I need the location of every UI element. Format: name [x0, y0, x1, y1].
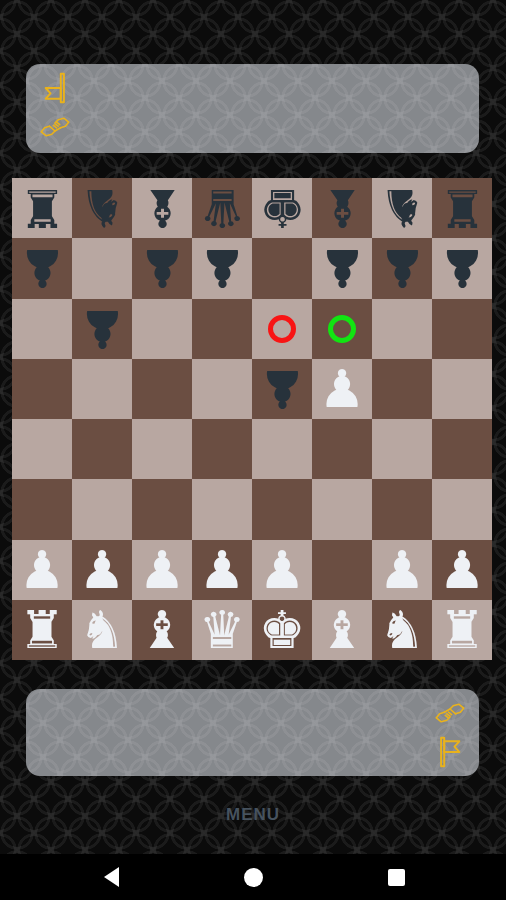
square-f8[interactable]: ♝	[312, 178, 372, 238]
flag-icon	[434, 736, 466, 768]
handshake-icon	[39, 111, 71, 143]
square-c1[interactable]: ♝	[132, 600, 192, 660]
square-g8[interactable]: ♞	[372, 178, 432, 238]
square-a8[interactable]: ♜	[12, 178, 72, 238]
black-knight-g8[interactable]: ♞	[379, 182, 426, 234]
square-h2[interactable]: ♟	[432, 540, 492, 600]
square-g6[interactable]	[372, 299, 432, 359]
black-pawn-c7[interactable]: ♟	[139, 242, 186, 294]
square-f4[interactable]	[312, 419, 372, 479]
handshake-icon	[434, 697, 466, 729]
home-icon	[244, 868, 263, 887]
square-d4[interactable]	[192, 419, 252, 479]
white-pawn-d2[interactable]: ♟	[199, 544, 246, 596]
square-b3[interactable]	[72, 479, 132, 539]
square-d6[interactable]	[192, 299, 252, 359]
square-h3[interactable]	[432, 479, 492, 539]
square-c7[interactable]: ♟	[132, 238, 192, 298]
square-f2[interactable]	[312, 540, 372, 600]
black-pawn-b6[interactable]: ♟	[79, 303, 126, 355]
white-queen-d1[interactable]: ♛	[199, 604, 246, 656]
square-b6[interactable]: ♟	[72, 299, 132, 359]
square-b1[interactable]: ♞	[72, 600, 132, 660]
square-f3[interactable]	[312, 479, 372, 539]
square-a7[interactable]: ♟	[12, 238, 72, 298]
square-e6[interactable]	[252, 299, 312, 359]
square-a3[interactable]	[12, 479, 72, 539]
black-pawn-a7[interactable]: ♟	[19, 242, 66, 294]
square-b5[interactable]	[72, 359, 132, 419]
square-a4[interactable]	[12, 419, 72, 479]
square-g7[interactable]: ♟	[372, 238, 432, 298]
square-b4[interactable]	[72, 419, 132, 479]
black-rook-h8[interactable]: ♜	[439, 182, 486, 234]
square-e8[interactable]: ♚	[252, 178, 312, 238]
nav-home-button[interactable]	[235, 854, 271, 900]
square-e7[interactable]	[252, 238, 312, 298]
player-resign-button[interactable]	[433, 735, 467, 769]
black-bishop-f8[interactable]: ♝	[319, 182, 366, 234]
square-g5[interactable]	[372, 359, 432, 419]
black-rook-a8[interactable]: ♜	[19, 182, 66, 234]
square-h7[interactable]: ♟	[432, 238, 492, 298]
square-f5[interactable]: ♟	[312, 359, 372, 419]
black-king-e8[interactable]: ♚	[259, 182, 306, 234]
square-h4[interactable]	[432, 419, 492, 479]
back-icon	[104, 867, 119, 887]
square-e5[interactable]: ♟	[252, 359, 312, 419]
white-knight-g1[interactable]: ♞	[379, 604, 426, 656]
square-c3[interactable]	[132, 479, 192, 539]
white-pawn-h2[interactable]: ♟	[439, 544, 486, 596]
square-d2[interactable]: ♟	[192, 540, 252, 600]
square-c4[interactable]	[132, 419, 192, 479]
square-a6[interactable]	[12, 299, 72, 359]
square-e1[interactable]: ♚	[252, 600, 312, 660]
recents-icon	[388, 869, 405, 886]
square-a1[interactable]: ♜	[12, 600, 72, 660]
white-pawn-a2[interactable]: ♟	[19, 544, 66, 596]
annotation-circle-e6	[268, 315, 296, 343]
black-queen-d8[interactable]: ♛	[199, 182, 246, 234]
black-pawn-d7[interactable]: ♟	[199, 242, 246, 294]
square-h6[interactable]	[432, 299, 492, 359]
white-rook-h1[interactable]: ♜	[439, 604, 486, 656]
square-c8[interactable]: ♝	[132, 178, 192, 238]
square-c6[interactable]	[132, 299, 192, 359]
square-d1[interactable]: ♛	[192, 600, 252, 660]
opponent-draw-button[interactable]	[38, 110, 72, 144]
white-pawn-c2[interactable]: ♟	[139, 544, 186, 596]
flag-icon	[39, 72, 71, 104]
white-pawn-f5[interactable]: ♟	[319, 363, 366, 415]
white-knight-b1[interactable]: ♞	[79, 604, 126, 656]
square-a2[interactable]: ♟	[12, 540, 72, 600]
black-pawn-h7[interactable]: ♟	[439, 242, 486, 294]
square-h5[interactable]	[432, 359, 492, 419]
square-c5[interactable]	[132, 359, 192, 419]
white-pawn-e2[interactable]: ♟	[259, 544, 306, 596]
square-g2[interactable]: ♟	[372, 540, 432, 600]
square-e4[interactable]	[252, 419, 312, 479]
black-pawn-f7[interactable]: ♟	[319, 242, 366, 294]
opponent-resign-button[interactable]	[38, 71, 72, 105]
square-b8[interactable]: ♞	[72, 178, 132, 238]
square-b2[interactable]: ♟	[72, 540, 132, 600]
square-f1[interactable]: ♝	[312, 600, 372, 660]
black-bishop-c8[interactable]: ♝	[139, 182, 186, 234]
white-king-e1[interactable]: ♚	[259, 604, 306, 656]
square-b7[interactable]	[72, 238, 132, 298]
white-rook-a1[interactable]: ♜	[19, 604, 66, 656]
opponent-panel-buttons	[26, 64, 84, 153]
player-panel-buttons	[421, 689, 479, 776]
black-pawn-e5[interactable]: ♟	[259, 363, 306, 415]
white-bishop-f1[interactable]: ♝	[319, 604, 366, 656]
black-pawn-g7[interactable]: ♟	[379, 242, 426, 294]
player-panel	[26, 689, 479, 776]
annotation-circle-f6	[328, 315, 356, 343]
square-d3[interactable]	[192, 479, 252, 539]
square-d5[interactable]	[192, 359, 252, 419]
square-f6[interactable]	[312, 299, 372, 359]
square-c2[interactable]: ♟	[132, 540, 192, 600]
nav-recents-button[interactable]	[378, 854, 414, 900]
menu-button[interactable]: MENU	[0, 805, 506, 825]
white-pawn-b2[interactable]: ♟	[79, 544, 126, 596]
square-g4[interactable]	[372, 419, 432, 479]
square-h1[interactable]: ♜	[432, 600, 492, 660]
square-g1[interactable]: ♞	[372, 600, 432, 660]
square-e3[interactable]	[252, 479, 312, 539]
square-f7[interactable]: ♟	[312, 238, 372, 298]
square-g3[interactable]	[372, 479, 432, 539]
nav-back-button[interactable]	[93, 854, 129, 900]
android-nav-bar	[0, 854, 506, 900]
white-bishop-c1[interactable]: ♝	[139, 604, 186, 656]
square-h8[interactable]: ♜	[432, 178, 492, 238]
square-d8[interactable]: ♛	[192, 178, 252, 238]
square-e2[interactable]: ♟	[252, 540, 312, 600]
player-draw-button[interactable]	[433, 696, 467, 730]
black-knight-b8[interactable]: ♞	[79, 182, 126, 234]
chess-board: ♜♞♝♛♚♝♞♜♟♟♟♟♟♟♟♟♟♟♟♟♟♟♟♟♜♞♝♛♚♝♞♜	[12, 178, 492, 660]
square-d7[interactable]: ♟	[192, 238, 252, 298]
white-pawn-g2[interactable]: ♟	[379, 544, 426, 596]
square-a5[interactable]	[12, 359, 72, 419]
opponent-panel	[26, 64, 479, 153]
